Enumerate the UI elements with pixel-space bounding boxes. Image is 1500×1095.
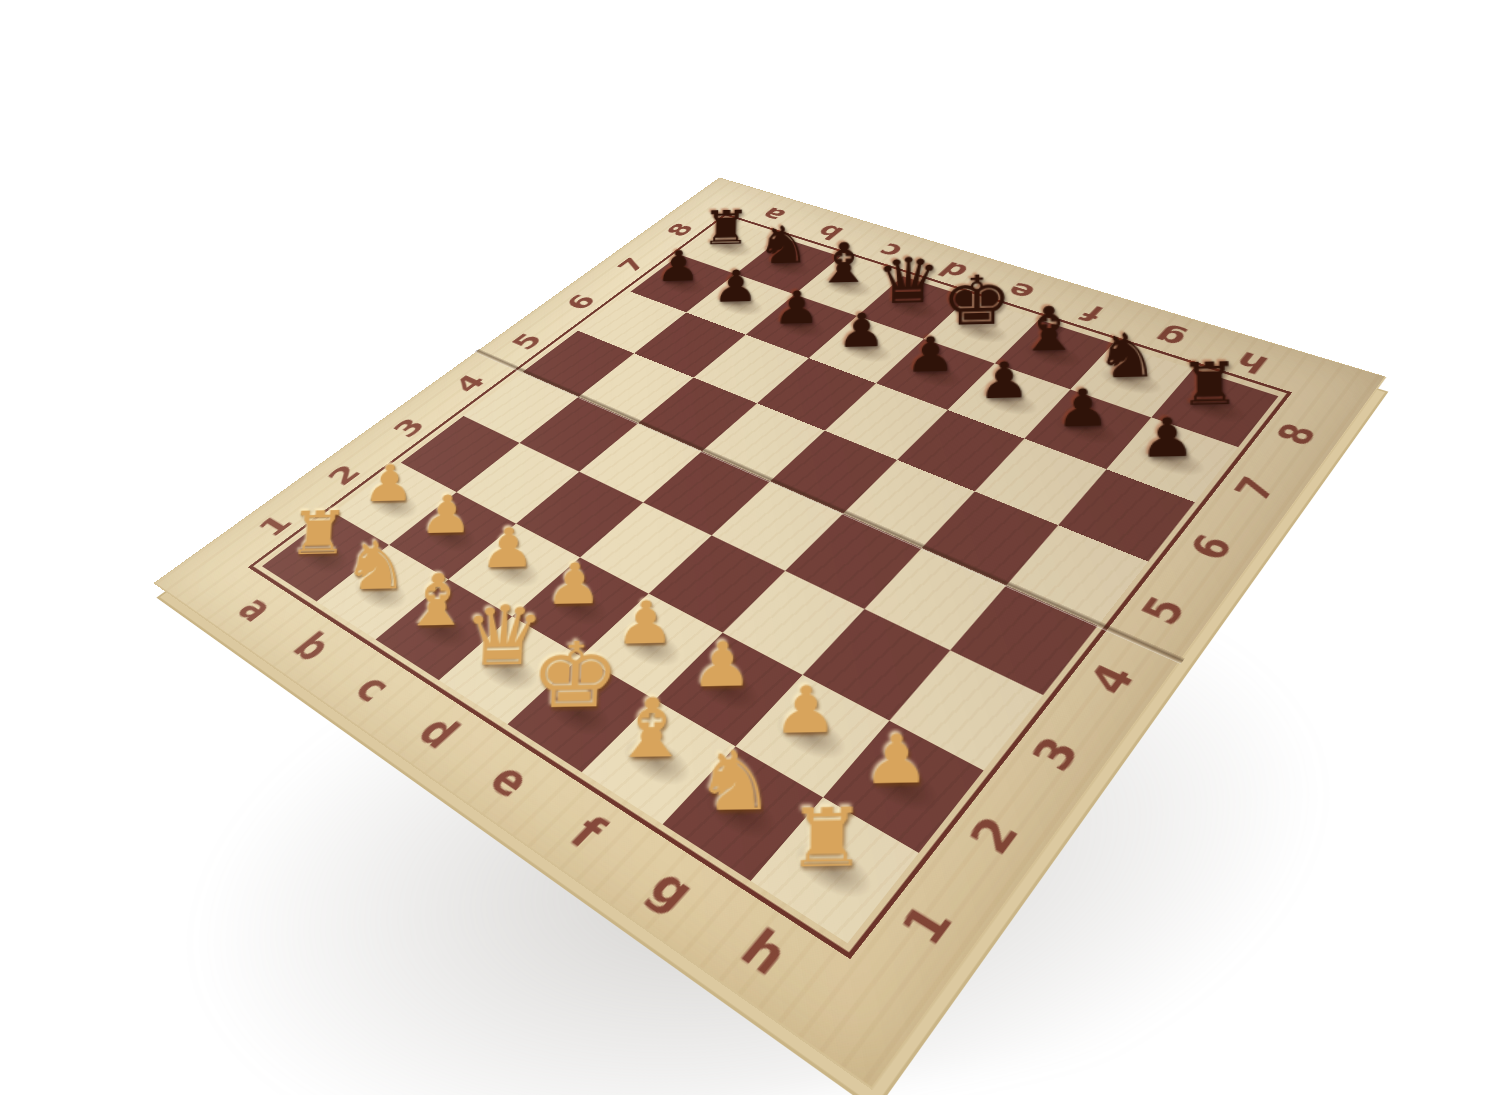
file-letter: b [286,627,339,667]
rank-number: 6 [562,292,602,313]
rank-number: 3 [388,415,431,441]
rank-number: 5 [1135,591,1193,630]
pawn-glyph: ♟ [1106,412,1228,466]
file-letter: h [732,920,797,983]
file-letter: d [411,709,468,755]
rook-glyph: ♜ [749,799,905,878]
file-letter: e [482,756,539,805]
rank-number: 6 [1184,530,1240,565]
rank-number: 1 [894,896,962,953]
file-letter: c [348,667,399,708]
rank-number: 5 [507,330,548,352]
square-e4[interactable] [712,481,844,571]
file-letter: g [641,860,704,918]
photo-scene: abcdefgh8♜♞♝♛♚♝♞♜87♟♟♟♟♟♟♟♟7665544332♟♟♟… [0,0,1500,1095]
pawn-glyph: ♟ [822,727,971,794]
rank-number: 4 [1083,658,1144,700]
rank-number: 8 [1271,420,1324,450]
rank-number: 7 [1229,473,1284,505]
rank-number: 2 [963,809,1028,861]
rank-number: 3 [1025,731,1088,778]
rank-number: 4 [450,371,492,395]
file-letter: f [563,809,614,855]
file-letter: a [231,590,281,627]
